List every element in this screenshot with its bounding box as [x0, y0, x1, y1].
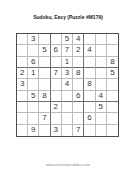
sudoku-cell-r1c9: [107, 34, 118, 45]
sudoku-cell-r7c7: [84, 102, 95, 113]
sudoku-cell-r5c7: 8: [84, 79, 95, 90]
sudoku-cell-r1c3: [39, 34, 50, 45]
sudoku-cell-r5c6: [73, 79, 84, 90]
sudoku-cell-r2c5: 7: [62, 45, 73, 56]
sudoku-cell-r2c9: [107, 45, 118, 56]
sudoku-cell-r5c9: [107, 79, 118, 90]
sudoku-cell-r1c4: [51, 34, 62, 45]
sudoku-cell-r5c2: [28, 79, 39, 90]
page-title: Sudoku, Easy (Puzzle #M179): [0, 14, 136, 20]
sudoku-cell-r2c6: 2: [73, 45, 84, 56]
sudoku-cell-r6c7: [84, 91, 95, 102]
sudoku-cell-r2c2: [28, 45, 39, 56]
sudoku-cell-r3c4: [51, 57, 62, 68]
sudoku-cell-r8c4: [51, 113, 62, 124]
sudoku-cell-r8c8: [96, 113, 107, 124]
sudoku-cell-r1c5: 5: [62, 34, 73, 45]
sudoku-cell-r3c2: 6: [28, 57, 39, 68]
sudoku-cell-r4c7: [84, 68, 95, 79]
sudoku-cell-r6c9: [107, 91, 118, 102]
sudoku-cell-r3c7: [84, 57, 95, 68]
sudoku-cell-r9c1: [17, 125, 28, 136]
sudoku-cell-r9c5: [62, 125, 73, 136]
sudoku-cell-r9c8: [96, 125, 107, 136]
sudoku-cell-r3c8: [96, 57, 107, 68]
sudoku-cell-r7c6: [73, 102, 84, 113]
sudoku-cell-r3c9: 8: [107, 57, 118, 68]
sudoku-cell-r4c5: 3: [62, 68, 73, 79]
sudoku-cell-r4c6: 8: [73, 68, 84, 79]
sudoku-cell-r5c4: [51, 79, 62, 90]
sudoku-cell-r7c2: [28, 102, 39, 113]
sudoku-cell-r3c6: [73, 57, 84, 68]
sudoku-cell-r6c8: 4: [96, 91, 107, 102]
sudoku-cell-r1c8: [96, 34, 107, 45]
sudoku-cell-r1c2: 3: [28, 34, 39, 45]
sudoku-cell-r8c1: [17, 113, 28, 124]
sudoku-cell-r5c5: 4: [62, 79, 73, 90]
sudoku-cell-r5c8: [96, 79, 107, 90]
sudoku-cell-r3c5: 1: [62, 57, 73, 68]
sudoku-cell-r8c7: 6: [84, 113, 95, 124]
sudoku-cell-r5c1: 3: [17, 79, 28, 90]
sudoku-cell-r6c3: 8: [39, 91, 50, 102]
sudoku-cell-r9c4: 3: [51, 125, 62, 136]
sudoku-cell-r9c6: 7: [73, 125, 84, 136]
sudoku-cell-r7c4: 2: [51, 102, 62, 113]
sudoku-cell-r2c4: 6: [51, 45, 62, 56]
sudoku-page: Sudoku, Easy (Puzzle #M179) 354567246182…: [0, 0, 136, 176]
sudoku-cell-r4c9: 5: [107, 68, 118, 79]
sudoku-board: 3545672461821738534858642576937: [16, 33, 119, 137]
sudoku-cell-r4c8: [96, 68, 107, 79]
sudoku-cell-r6c2: 5: [28, 91, 39, 102]
sudoku-cell-r9c2: 9: [28, 125, 39, 136]
sudoku-cell-r4c4: 7: [51, 68, 62, 79]
sudoku-cell-r6c1: [17, 91, 28, 102]
sudoku-cell-r7c8: 5: [96, 102, 107, 113]
sudoku-cell-r8c3: 7: [39, 113, 50, 124]
sudoku-cell-r2c8: [96, 45, 107, 56]
sudoku-cell-r4c3: [39, 68, 50, 79]
sudoku-cell-r2c3: 5: [39, 45, 50, 56]
sudoku-cell-r7c5: [62, 102, 73, 113]
sudoku-cell-r7c1: [17, 102, 28, 113]
sudoku-cell-r2c1: [17, 45, 28, 56]
sudoku-cell-r9c7: [84, 125, 95, 136]
sudoku-cell-r5c3: [39, 79, 50, 90]
sudoku-cell-r1c1: [17, 34, 28, 45]
sudoku-cell-r3c1: [17, 57, 28, 68]
sudoku-cell-r8c6: [73, 113, 84, 124]
sudoku-cell-r4c1: 2: [17, 68, 28, 79]
sudoku-cell-r8c9: [107, 113, 118, 124]
sudoku-cell-r6c5: [62, 91, 73, 102]
footer-url: www.printmysudoku.com: [0, 162, 136, 167]
sudoku-cell-r6c6: 6: [73, 91, 84, 102]
sudoku-cell-r7c9: [107, 102, 118, 113]
sudoku-cell-r9c9: [107, 125, 118, 136]
sudoku-cell-r8c5: [62, 113, 73, 124]
sudoku-cell-r3c3: [39, 57, 50, 68]
sudoku-cell-r2c7: 4: [84, 45, 95, 56]
sudoku-cell-r8c2: [28, 113, 39, 124]
sudoku-cell-r6c4: [51, 91, 62, 102]
sudoku-cell-r9c3: [39, 125, 50, 136]
sudoku-cell-r7c3: [39, 102, 50, 113]
sudoku-cell-r1c7: [84, 34, 95, 45]
sudoku-cell-r4c2: 1: [28, 68, 39, 79]
sudoku-cell-r1c6: 4: [73, 34, 84, 45]
